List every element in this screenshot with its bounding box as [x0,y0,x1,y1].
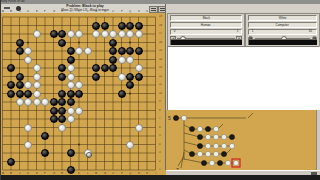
black-stone [50,98,58,106]
white-stone [41,98,49,106]
black-stone [7,81,15,89]
black-stone [58,90,66,98]
coord-label: 11 [159,83,162,86]
coord-label: 7 [159,117,161,120]
white-stone [24,124,32,132]
black-stone [101,22,109,30]
go-board[interactable]: AABBCCDDEEFFGGHHJJKKLLMMNNOOPPQQRRSSTT19… [0,13,168,175]
white-stone [67,115,75,123]
white-stone [67,107,75,115]
coord-label: J [70,10,71,13]
black-info-strip [170,39,242,45]
black-stone [58,73,66,81]
black-stone [109,47,117,55]
white-stone [58,124,66,132]
black-stone [16,81,24,89]
black-stone [101,64,109,72]
black-stone [16,73,24,81]
coord-label: 6 [159,126,161,129]
black-stone [7,158,15,166]
white-stone [33,30,41,38]
black-stone [58,115,66,123]
coord-label: 19 [159,15,162,18]
black-stone [126,73,134,81]
coord-label: T [155,10,157,13]
coord-label: 13 [159,66,162,69]
black-stone [7,64,15,72]
coord-label: 17 [159,32,162,35]
coord-label: Q [129,10,131,13]
black-stone [67,90,75,98]
black-player-panel: Black Human 01 ◄ ► [167,13,245,47]
black-stone [75,90,83,98]
vertical-scrollbar[interactable] [316,110,320,170]
coord-label: R [138,10,140,13]
black-stone [58,98,66,106]
white-stone [109,30,117,38]
screen-edge [0,0,1,180]
black-stone [67,47,75,55]
black-stone [16,47,24,55]
white-stone [16,98,24,106]
white-stone [118,73,126,81]
white-stone [67,30,75,38]
coord-label: 2 [159,160,161,163]
coord-label: O [112,10,114,13]
white-stone [135,124,143,132]
white-stone [126,141,134,149]
black-stone [126,81,134,89]
problem-title: Problem: Black to play [48,4,121,7]
coord-label: D [27,10,29,13]
white-stone [126,56,134,64]
white-stone [135,64,143,72]
white-type-field[interactable]: Computer [248,22,317,28]
coord-label: 12 [159,75,162,78]
white-stone [92,30,100,38]
black-stone [118,90,126,98]
white-stone [33,73,41,81]
white-stone [24,141,32,149]
black-stone [135,47,143,55]
minimize-icon[interactable] [4,7,10,9]
black-stone [67,98,75,106]
coord-label: C [19,10,21,13]
black-scale-field[interactable]: 01 [170,29,242,35]
white-stone [33,81,41,89]
coord-label: 15 [159,49,162,52]
coord-label: 8 [159,109,161,112]
coord-label: G [53,10,55,13]
black-stone [92,22,100,30]
black-stone [126,22,134,30]
white-stone [101,30,109,38]
black-stone [41,149,49,157]
black-stone [135,73,143,81]
taskbar[interactable] [0,175,320,180]
coord-label: 3 [159,151,161,154]
white-stone [24,47,32,55]
coord-label: S [146,10,148,13]
black-stone [58,30,66,38]
black-stone [92,64,100,72]
white-stone [135,30,143,38]
white-stone [67,73,75,81]
white-stone [33,98,41,106]
coord-label: 18 [159,24,162,27]
white-stone [24,56,32,64]
coord-label: 5 [159,134,161,137]
black-stone [16,39,24,47]
app-window: Many Faces of Go Problem: Black to play … [0,0,320,180]
white-stone [84,47,92,55]
black-stone [109,56,117,64]
black-stone [67,149,75,157]
coord-label: M [95,10,97,13]
black-stone [126,47,134,55]
white-stone-last-move [84,149,92,157]
coord-label: 14 [159,58,162,61]
coord-label: A [2,10,4,13]
variation-tree[interactable]: 57 [166,110,316,170]
coord-label: 16 [159,41,162,44]
black-stone [67,56,75,64]
coord-label: L [87,10,89,13]
black-stone [16,90,24,98]
window-title: Many Faces of Go [0,0,25,2]
black-name-field[interactable]: Black [170,15,242,21]
black-stone [58,107,66,115]
black-stone [118,47,126,55]
white-player-panel: White Computer 110 [245,13,320,47]
black-stone [41,132,49,140]
black-stone [58,39,66,47]
white-stone [118,56,126,64]
white-info-strip [248,39,317,45]
coord-label: N [104,10,106,13]
coord-label: H [61,10,63,13]
white-stone [75,30,83,38]
white-stone [75,107,83,115]
svg-text:5: 5 [168,115,171,121]
coord-label: 10 [159,92,162,95]
coord-label: 4 [159,143,161,146]
black-stone [50,30,58,38]
black-type-field[interactable]: Human [170,22,242,28]
black-stone [7,90,15,98]
coord-label: F [44,10,46,13]
black-stone [92,73,100,81]
coord-label: E [36,10,38,13]
white-stone [33,90,41,98]
white-stone [33,64,41,72]
black-stone [50,115,58,123]
black-stone [58,64,66,72]
white-stone [75,81,83,89]
coord-label: 1 [159,168,161,171]
black-stone [24,90,32,98]
black-stone [109,39,117,47]
black-stone [135,22,143,30]
comment-box[interactable] [167,46,320,111]
coord-label: 9 [159,100,161,103]
white-stone [126,30,134,38]
white-stone [24,81,32,89]
black-stone [109,64,117,72]
white-name-field[interactable]: White [248,15,317,21]
white-scale-field[interactable]: 110 [248,29,317,35]
white-stone [67,81,75,89]
white-stone [67,64,75,72]
black-stone [50,107,58,115]
white-stone [24,98,32,106]
coord-label: K [78,10,80,13]
coord-label: P [121,10,123,13]
black-stone [118,22,126,30]
coord-label: B [10,10,12,13]
white-stone [75,47,83,55]
white-stone [118,30,126,38]
